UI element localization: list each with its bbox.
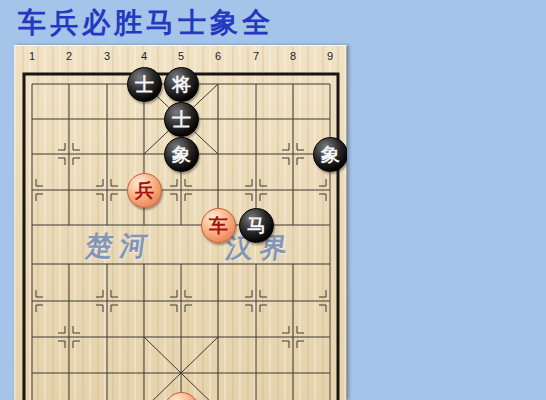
xiangqi-board[interactable]: 123456789 楚河 汉界 士将士象象兵车马帅 bbox=[14, 45, 347, 400]
piece-black-advisor[interactable]: 士 bbox=[127, 67, 162, 102]
piece-red-pawn[interactable]: 兵 bbox=[127, 173, 162, 208]
file-label-2: 2 bbox=[59, 50, 79, 62]
file-label-8: 8 bbox=[283, 50, 303, 62]
piece-red-chariot[interactable]: 车 bbox=[201, 208, 236, 243]
file-label-1: 1 bbox=[22, 50, 42, 62]
piece-black-horse[interactable]: 马 bbox=[239, 208, 274, 243]
file-label-6: 6 bbox=[208, 50, 228, 62]
page-background: 车兵必胜马士象全 123456789 楚河 汉界 士将士象象兵车马帅 bbox=[0, 0, 546, 400]
piece-black-advisor[interactable]: 士 bbox=[164, 102, 199, 137]
file-label-5: 5 bbox=[171, 50, 191, 62]
piece-black-elephant[interactable]: 象 bbox=[313, 137, 347, 172]
piece-black-general[interactable]: 将 bbox=[164, 67, 199, 102]
file-label-4: 4 bbox=[134, 50, 154, 62]
page-title: 车兵必胜马士象全 bbox=[18, 4, 318, 42]
piece-black-elephant[interactable]: 象 bbox=[164, 137, 199, 172]
file-label-3: 3 bbox=[97, 50, 117, 62]
file-label-9: 9 bbox=[320, 50, 340, 62]
file-label-7: 7 bbox=[246, 50, 266, 62]
river-label-left: 楚河 bbox=[83, 228, 156, 264]
